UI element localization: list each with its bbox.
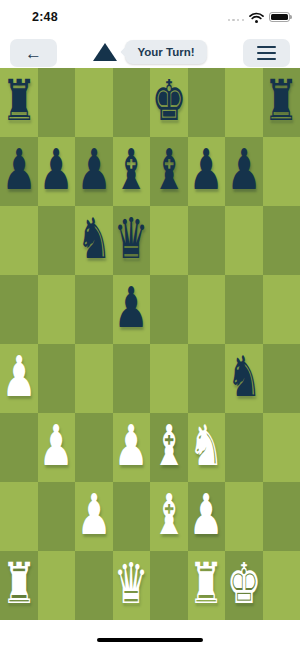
square-b8[interactable]: [38, 68, 76, 137]
square-h5[interactable]: [263, 275, 301, 344]
black-king[interactable]: ♚: [151, 73, 186, 129]
white-bishop[interactable]: ♝: [151, 418, 186, 474]
square-g7[interactable]: ♟: [225, 137, 263, 206]
white-rook[interactable]: ♜: [1, 556, 36, 612]
black-pawn[interactable]: ♟: [39, 142, 74, 198]
square-e1[interactable]: [150, 551, 188, 620]
square-e3[interactable]: ♝: [150, 413, 188, 482]
square-a4[interactable]: ♟: [0, 344, 38, 413]
square-c7[interactable]: ♟: [75, 137, 113, 206]
square-e7[interactable]: ♝: [150, 137, 188, 206]
square-g2[interactable]: [225, 482, 263, 551]
black-knight[interactable]: ♞: [76, 211, 111, 267]
home-indicator[interactable]: [97, 638, 203, 643]
status-icons: [228, 12, 290, 23]
square-a5[interactable]: [0, 275, 38, 344]
square-b2[interactable]: [38, 482, 76, 551]
square-a6[interactable]: [0, 206, 38, 275]
square-c3[interactable]: [75, 413, 113, 482]
square-h7[interactable]: [263, 137, 301, 206]
toolbar: Your Turn! ←: [0, 30, 300, 68]
square-f1[interactable]: ♜: [188, 551, 226, 620]
black-knight[interactable]: ♞: [226, 349, 261, 405]
black-queen[interactable]: ♛: [114, 211, 149, 267]
square-a1[interactable]: ♜: [0, 551, 38, 620]
square-b6[interactable]: [38, 206, 76, 275]
player-triangle-icon: [93, 43, 117, 61]
square-f3[interactable]: ♞: [188, 413, 226, 482]
black-pawn[interactable]: ♟: [76, 142, 111, 198]
square-h2[interactable]: [263, 482, 301, 551]
cellular-icon: [228, 13, 244, 21]
square-d8[interactable]: [113, 68, 151, 137]
square-c4[interactable]: [75, 344, 113, 413]
square-f4[interactable]: [188, 344, 226, 413]
square-h3[interactable]: [263, 413, 301, 482]
square-d1[interactable]: ♛: [113, 551, 151, 620]
menu-button[interactable]: [243, 39, 290, 67]
bubble-tail: [121, 46, 132, 57]
square-g4[interactable]: ♞: [225, 344, 263, 413]
black-bishop[interactable]: ♝: [151, 142, 186, 198]
hamburger-icon: [257, 46, 276, 61]
black-pawn[interactable]: ♟: [226, 142, 261, 198]
black-pawn[interactable]: ♟: [114, 280, 149, 336]
square-e2[interactable]: ♝: [150, 482, 188, 551]
square-e6[interactable]: [150, 206, 188, 275]
turn-label: Your Turn!: [137, 46, 194, 58]
black-bishop[interactable]: ♝: [114, 142, 149, 198]
white-knight[interactable]: ♞: [189, 418, 224, 474]
square-b1[interactable]: [38, 551, 76, 620]
square-g8[interactable]: [225, 68, 263, 137]
black-pawn[interactable]: ♟: [189, 142, 224, 198]
white-pawn[interactable]: ♟: [189, 487, 224, 543]
square-d6[interactable]: ♛: [113, 206, 151, 275]
square-g3[interactable]: [225, 413, 263, 482]
square-c2[interactable]: ♟: [75, 482, 113, 551]
white-pawn[interactable]: ♟: [1, 349, 36, 405]
square-f2[interactable]: ♟: [188, 482, 226, 551]
battery-icon: [269, 12, 290, 23]
square-g1[interactable]: ♚: [225, 551, 263, 620]
app-screen: 2:48 Your Turn! ← ♜♚♜♟♟♟♝: [0, 0, 300, 650]
black-pawn[interactable]: ♟: [1, 142, 36, 198]
white-pawn[interactable]: ♟: [114, 418, 149, 474]
square-d3[interactable]: ♟: [113, 413, 151, 482]
white-bishop[interactable]: ♝: [151, 487, 186, 543]
square-a2[interactable]: [0, 482, 38, 551]
square-d2[interactable]: [113, 482, 151, 551]
white-queen[interactable]: ♛: [114, 556, 149, 612]
square-c1[interactable]: [75, 551, 113, 620]
white-king[interactable]: ♚: [226, 556, 261, 612]
black-rook[interactable]: ♜: [264, 73, 299, 129]
square-c8[interactable]: [75, 68, 113, 137]
square-a8[interactable]: ♜: [0, 68, 38, 137]
chess-board: ♜♚♜♟♟♟♝♝♟♟♞♛♟♟♞♟♟♝♞♟♝♟♜♛♜♚: [0, 68, 300, 620]
square-g6[interactable]: [225, 206, 263, 275]
square-a3[interactable]: [0, 413, 38, 482]
square-h8[interactable]: ♜: [263, 68, 301, 137]
status-bar: 2:48: [0, 0, 300, 30]
square-d7[interactable]: ♝: [113, 137, 151, 206]
turn-bubble: Your Turn!: [125, 40, 206, 64]
clock: 2:48: [32, 10, 58, 24]
square-c5[interactable]: [75, 275, 113, 344]
black-rook[interactable]: ♜: [1, 73, 36, 129]
square-c6[interactable]: ♞: [75, 206, 113, 275]
square-h4[interactable]: [263, 344, 301, 413]
square-d5[interactable]: ♟: [113, 275, 151, 344]
square-b5[interactable]: [38, 275, 76, 344]
square-d4[interactable]: [113, 344, 151, 413]
back-arrow-icon: ←: [25, 45, 42, 62]
square-e8[interactable]: ♚: [150, 68, 188, 137]
square-f6[interactable]: [188, 206, 226, 275]
white-rook[interactable]: ♜: [189, 556, 224, 612]
square-f7[interactable]: ♟: [188, 137, 226, 206]
square-b3[interactable]: ♟: [38, 413, 76, 482]
square-g5[interactable]: [225, 275, 263, 344]
back-button[interactable]: ←: [10, 39, 57, 67]
white-pawn[interactable]: ♟: [76, 487, 111, 543]
square-h1[interactable]: [263, 551, 301, 620]
square-f5[interactable]: [188, 275, 226, 344]
square-a7[interactable]: ♟: [0, 137, 38, 206]
square-h6[interactable]: [263, 206, 301, 275]
wifi-icon: [249, 12, 264, 23]
square-f8[interactable]: [188, 68, 226, 137]
white-pawn[interactable]: ♟: [39, 418, 74, 474]
square-e4[interactable]: [150, 344, 188, 413]
square-b7[interactable]: ♟: [38, 137, 76, 206]
square-b4[interactable]: [38, 344, 76, 413]
square-e5[interactable]: [150, 275, 188, 344]
